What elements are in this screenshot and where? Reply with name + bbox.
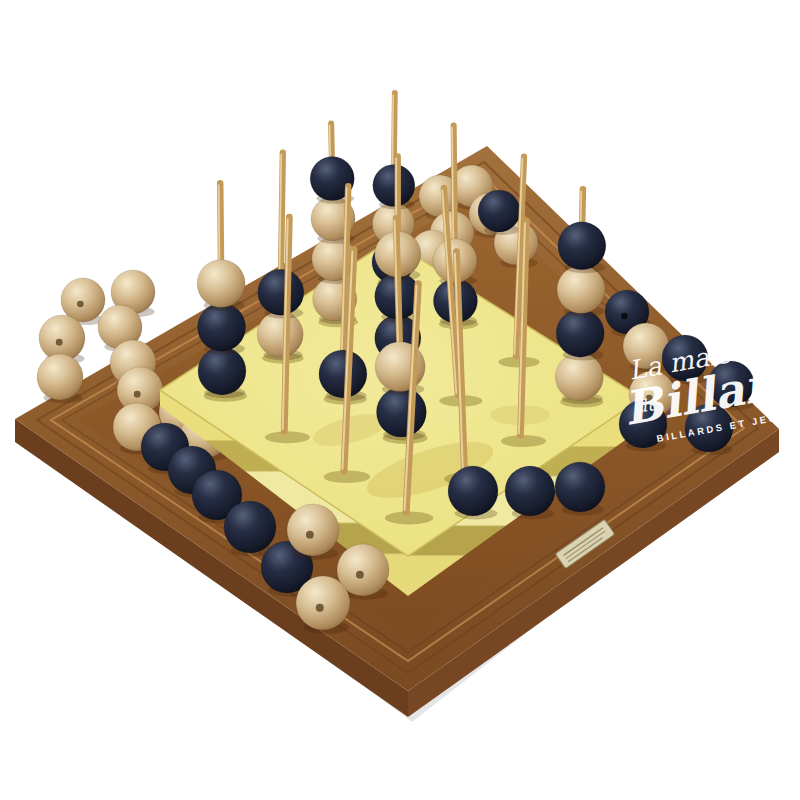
ball-hole: [621, 313, 628, 320]
peg-base-shadow: [501, 435, 546, 447]
peg-base-shadow: [265, 431, 310, 443]
black-ball[interactable]: [558, 222, 606, 270]
black-ball[interactable]: [258, 269, 304, 315]
peg-cell-r3c0: [197, 183, 247, 401]
natural-ball[interactable]: [37, 354, 83, 400]
natural-ball[interactable]: [197, 260, 245, 308]
ball-hole: [356, 571, 364, 579]
ball-hole: [77, 301, 84, 308]
natural-ball[interactable]: [296, 576, 350, 630]
natural-ball[interactable]: [287, 504, 339, 556]
peg-base-shadow: [498, 357, 539, 368]
ball-hole: [316, 604, 324, 612]
black-ball[interactable]: [373, 165, 415, 207]
ball-hole: [56, 339, 63, 346]
black-ball[interactable]: [448, 466, 498, 516]
product-photo-score-four: La maison du Billard BILLARDS ET JEUX: [0, 0, 800, 800]
black-ball[interactable]: [555, 462, 605, 512]
score-four-board: La maison du Billard BILLARDS ET JEUX: [0, 0, 800, 800]
black-ball[interactable]: [319, 350, 367, 398]
ball-hole: [134, 391, 141, 398]
black-ball[interactable]: [478, 190, 520, 232]
black-ball[interactable]: [505, 466, 555, 516]
ball-hole: [306, 531, 314, 539]
black-ball[interactable]: [224, 501, 276, 553]
